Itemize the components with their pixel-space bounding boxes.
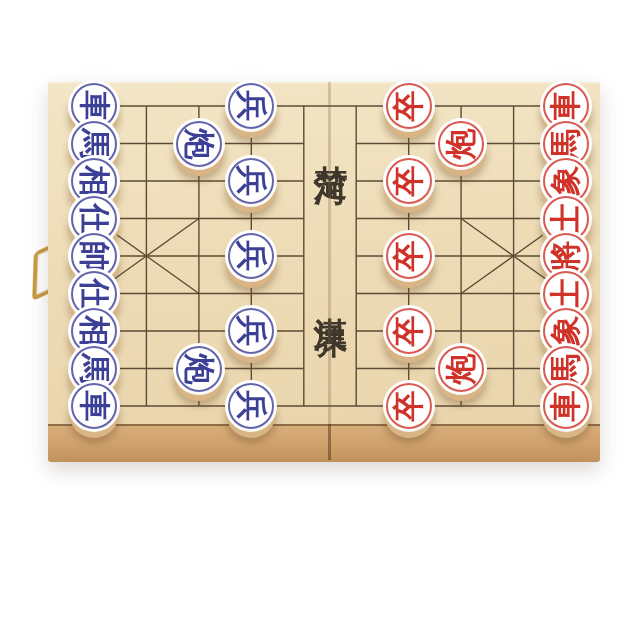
piece-character: 兵 <box>225 230 277 282</box>
piece-character: 車 <box>540 380 592 432</box>
piece-red-卒[interactable]: 卒 <box>383 380 435 432</box>
xiangqi-board: 楚河 漢界 車馬相仕帥仕相馬車炮炮兵兵兵兵兵卒卒卒卒卒炮炮車馬象士將士象馬車 <box>48 82 600 460</box>
piece-red-卒[interactable]: 卒 <box>383 230 435 282</box>
piece-character: 炮 <box>173 118 225 170</box>
board-side-edge <box>48 424 600 462</box>
board-fold-seam <box>328 82 331 460</box>
piece-blue-兵[interactable]: 兵 <box>225 380 277 432</box>
piece-blue-兵[interactable]: 兵 <box>225 305 277 357</box>
piece-red-卒[interactable]: 卒 <box>383 155 435 207</box>
piece-blue-兵[interactable]: 兵 <box>225 80 277 132</box>
piece-character: 兵 <box>225 80 277 132</box>
piece-blue-炮[interactable]: 炮 <box>173 343 225 395</box>
piece-red-車[interactable]: 車 <box>540 380 592 432</box>
piece-red-卒[interactable]: 卒 <box>383 80 435 132</box>
piece-character: 卒 <box>383 305 435 357</box>
piece-character: 卒 <box>383 380 435 432</box>
board-grid <box>48 84 600 426</box>
piece-blue-車[interactable]: 車 <box>68 380 120 432</box>
board-surface[interactable]: 楚河 漢界 車馬相仕帥仕相馬車炮炮兵兵兵兵兵卒卒卒卒卒炮炮車馬象士將士象馬車 <box>48 82 600 426</box>
piece-red-炮[interactable]: 炮 <box>435 118 487 170</box>
piece-character: 車 <box>68 380 120 432</box>
piece-character: 炮 <box>173 343 225 395</box>
piece-blue-兵[interactable]: 兵 <box>225 155 277 207</box>
piece-character: 兵 <box>225 380 277 432</box>
river-label-han-jie: 漢界 <box>309 290 353 306</box>
piece-red-卒[interactable]: 卒 <box>383 305 435 357</box>
piece-blue-炮[interactable]: 炮 <box>173 118 225 170</box>
piece-character: 卒 <box>383 230 435 282</box>
piece-blue-兵[interactable]: 兵 <box>225 230 277 282</box>
piece-character: 炮 <box>435 343 487 395</box>
piece-character: 卒 <box>383 80 435 132</box>
piece-character: 兵 <box>225 155 277 207</box>
piece-character: 卒 <box>383 155 435 207</box>
piece-character: 兵 <box>225 305 277 357</box>
photo-stage: 楚河 漢界 車馬相仕帥仕相馬車炮炮兵兵兵兵兵卒卒卒卒卒炮炮車馬象士將士象馬車 <box>0 0 640 640</box>
piece-red-炮[interactable]: 炮 <box>435 343 487 395</box>
piece-character: 炮 <box>435 118 487 170</box>
river-label-chu-he: 楚河 <box>309 138 353 154</box>
